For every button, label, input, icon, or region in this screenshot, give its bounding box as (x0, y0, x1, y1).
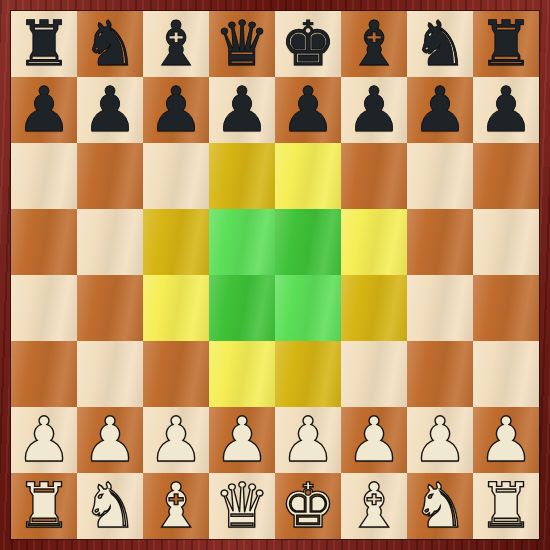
piece-white-pawn[interactable]: ♟ (82, 407, 138, 473)
square-g4[interactable] (407, 275, 473, 341)
square-e4[interactable] (275, 275, 341, 341)
square-g1[interactable]: ♞ (407, 473, 473, 539)
piece-white-rook[interactable]: ♜ (16, 473, 72, 539)
square-g2[interactable]: ♟ (407, 407, 473, 473)
square-d4[interactable] (209, 275, 275, 341)
square-b4[interactable] (77, 275, 143, 341)
square-e5[interactable] (275, 209, 341, 275)
square-e2[interactable]: ♟ (275, 407, 341, 473)
square-a7[interactable]: ♟ (11, 77, 77, 143)
square-c2[interactable]: ♟ (143, 407, 209, 473)
square-g8[interactable]: ♞ (407, 11, 473, 77)
square-a1[interactable]: ♜ (11, 473, 77, 539)
piece-black-queen[interactable]: ♛ (214, 11, 270, 77)
square-f6[interactable] (341, 143, 407, 209)
square-a2[interactable]: ♟ (11, 407, 77, 473)
square-e1[interactable]: ♚ (275, 473, 341, 539)
square-b7[interactable]: ♟ (77, 77, 143, 143)
square-d6[interactable] (209, 143, 275, 209)
square-h1[interactable]: ♜ (473, 473, 539, 539)
square-d1[interactable]: ♛ (209, 473, 275, 539)
square-f4[interactable] (341, 275, 407, 341)
square-c7[interactable]: ♟ (143, 77, 209, 143)
square-a5[interactable] (11, 209, 77, 275)
piece-black-knight[interactable]: ♞ (412, 11, 468, 77)
piece-black-king[interactable]: ♚ (280, 11, 336, 77)
piece-white-pawn[interactable]: ♟ (346, 407, 402, 473)
piece-black-pawn[interactable]: ♟ (478, 77, 534, 143)
piece-black-rook[interactable]: ♜ (16, 11, 72, 77)
piece-black-pawn[interactable]: ♟ (148, 77, 204, 143)
piece-white-knight[interactable]: ♞ (82, 473, 138, 539)
square-b8[interactable]: ♞ (77, 11, 143, 77)
square-g7[interactable]: ♟ (407, 77, 473, 143)
piece-black-pawn[interactable]: ♟ (412, 77, 468, 143)
square-c3[interactable] (143, 341, 209, 407)
square-g5[interactable] (407, 209, 473, 275)
square-d2[interactable]: ♟ (209, 407, 275, 473)
board-frame: ♜♞♝♛♚♝♞♜♟♟♟♟♟♟♟♟♟♟♟♟♟♟♟♟♜♞♝♛♚♝♞♜ (0, 0, 550, 550)
piece-white-pawn[interactable]: ♟ (214, 407, 270, 473)
square-f2[interactable]: ♟ (341, 407, 407, 473)
square-e6[interactable] (275, 143, 341, 209)
piece-white-queen[interactable]: ♛ (214, 473, 270, 539)
square-h4[interactable] (473, 275, 539, 341)
square-e7[interactable]: ♟ (275, 77, 341, 143)
square-d3[interactable] (209, 341, 275, 407)
piece-black-rook[interactable]: ♜ (478, 11, 534, 77)
piece-white-rook[interactable]: ♜ (478, 473, 534, 539)
square-f5[interactable] (341, 209, 407, 275)
square-a4[interactable] (11, 275, 77, 341)
square-e3[interactable] (275, 341, 341, 407)
square-c8[interactable]: ♝ (143, 11, 209, 77)
square-h2[interactable]: ♟ (473, 407, 539, 473)
square-c1[interactable]: ♝ (143, 473, 209, 539)
square-f1[interactable]: ♝ (341, 473, 407, 539)
piece-white-bishop[interactable]: ♝ (346, 473, 402, 539)
square-a3[interactable] (11, 341, 77, 407)
square-b6[interactable] (77, 143, 143, 209)
square-c5[interactable] (143, 209, 209, 275)
square-h6[interactable] (473, 143, 539, 209)
square-d8[interactable]: ♛ (209, 11, 275, 77)
piece-black-bishop[interactable]: ♝ (346, 11, 402, 77)
square-c4[interactable] (143, 275, 209, 341)
square-d7[interactable]: ♟ (209, 77, 275, 143)
square-f3[interactable] (341, 341, 407, 407)
square-h8[interactable]: ♜ (473, 11, 539, 77)
piece-black-pawn[interactable]: ♟ (346, 77, 402, 143)
piece-white-pawn[interactable]: ♟ (16, 407, 72, 473)
square-b3[interactable] (77, 341, 143, 407)
piece-black-bishop[interactable]: ♝ (148, 11, 204, 77)
square-f8[interactable]: ♝ (341, 11, 407, 77)
piece-white-knight[interactable]: ♞ (412, 473, 468, 539)
square-b1[interactable]: ♞ (77, 473, 143, 539)
square-h3[interactable] (473, 341, 539, 407)
piece-black-pawn[interactable]: ♟ (82, 77, 138, 143)
piece-black-pawn[interactable]: ♟ (280, 77, 336, 143)
square-h7[interactable]: ♟ (473, 77, 539, 143)
piece-white-bishop[interactable]: ♝ (148, 473, 204, 539)
piece-white-pawn[interactable]: ♟ (148, 407, 204, 473)
square-c6[interactable] (143, 143, 209, 209)
chess-board: ♜♞♝♛♚♝♞♜♟♟♟♟♟♟♟♟♟♟♟♟♟♟♟♟♜♞♝♛♚♝♞♜ (11, 11, 539, 539)
square-d5[interactable] (209, 209, 275, 275)
square-e8[interactable]: ♚ (275, 11, 341, 77)
piece-white-pawn[interactable]: ♟ (412, 407, 468, 473)
square-g3[interactable] (407, 341, 473, 407)
square-b5[interactable] (77, 209, 143, 275)
square-f7[interactable]: ♟ (341, 77, 407, 143)
square-h5[interactable] (473, 209, 539, 275)
piece-white-king[interactable]: ♚ (280, 473, 336, 539)
square-g6[interactable] (407, 143, 473, 209)
square-a8[interactable]: ♜ (11, 11, 77, 77)
piece-white-pawn[interactable]: ♟ (280, 407, 336, 473)
piece-black-pawn[interactable]: ♟ (214, 77, 270, 143)
piece-white-pawn[interactable]: ♟ (478, 407, 534, 473)
square-a6[interactable] (11, 143, 77, 209)
piece-black-knight[interactable]: ♞ (82, 11, 138, 77)
square-b2[interactable]: ♟ (77, 407, 143, 473)
piece-black-pawn[interactable]: ♟ (16, 77, 72, 143)
